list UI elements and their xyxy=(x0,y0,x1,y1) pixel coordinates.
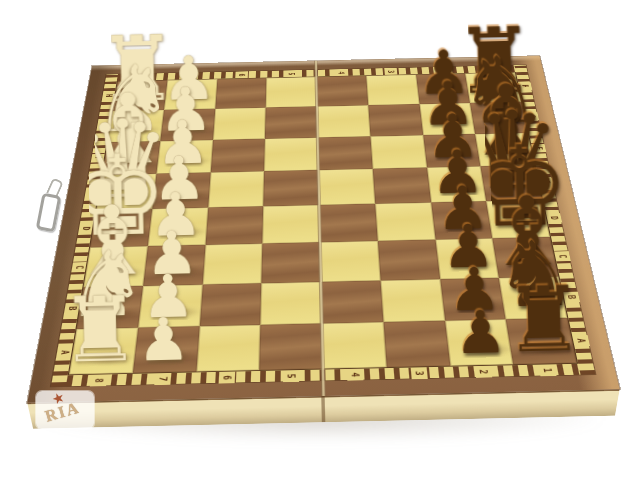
coord-label-near-6: 6 xyxy=(219,371,236,383)
coord-label-near-1: 1 xyxy=(538,364,556,376)
coord-label-near-2: 2 xyxy=(474,365,492,377)
square-b5[interactable] xyxy=(265,106,318,138)
coord-label-far-1: 1 xyxy=(483,65,497,72)
coord-label-far-7: 7 xyxy=(185,72,198,79)
coord-label-far-4: 4 xyxy=(335,69,348,76)
watermark-text: RIA xyxy=(43,398,82,425)
perspective-wrapper: 8877665544332211HHGGFFEEDDCCBBAA ♜♞♝♛♚♝♞… xyxy=(0,0,640,480)
square-a2[interactable] xyxy=(416,74,471,104)
square-a8[interactable] xyxy=(113,80,168,111)
white-pawn[interactable]: ♟ xyxy=(131,305,196,365)
coord-label-near-7: 7 xyxy=(154,373,171,385)
coord-label-near-4: 4 xyxy=(347,368,364,380)
square-d5[interactable] xyxy=(263,170,319,206)
coord-label-near-5: 5 xyxy=(283,370,299,382)
coord-label-far-3: 3 xyxy=(384,68,397,75)
coord-label-far-5: 5 xyxy=(285,70,297,77)
square-d6[interactable] xyxy=(208,171,265,207)
coord-label-left-h: H xyxy=(102,92,116,100)
coord-label-right-h: H xyxy=(518,82,532,90)
black-rook[interactable]: ♜ xyxy=(511,266,576,357)
coord-label-far-8: 8 xyxy=(135,73,148,80)
square-c4[interactable] xyxy=(318,136,373,170)
square-b6[interactable] xyxy=(213,107,266,139)
watermark: ★ RIA xyxy=(36,391,94,429)
coord-label-near-8: 8 xyxy=(90,374,108,386)
product-photo-scene: 8877665544332211HHGGFFEEDDCCBBAA ♜♞♝♛♚♝♞… xyxy=(0,0,640,480)
square-c6[interactable] xyxy=(210,138,265,172)
square-a3[interactable] xyxy=(366,75,419,105)
coord-label-far-6: 6 xyxy=(235,71,248,78)
square-d4[interactable] xyxy=(318,169,375,205)
coord-label-near-3: 3 xyxy=(411,367,428,379)
coord-label-far-2: 2 xyxy=(434,67,447,74)
white-rook[interactable]: ♜ xyxy=(67,276,132,367)
square-a5[interactable] xyxy=(266,77,317,107)
square-d3[interactable] xyxy=(373,168,431,204)
square-c5[interactable] xyxy=(264,137,318,171)
board-rotation-wrapper: 8877665544332211HHGGFFEEDDCCBBAA ♜♞♝♛♚♝♞… xyxy=(0,0,640,480)
square-c3[interactable] xyxy=(370,135,426,169)
square-b2[interactable] xyxy=(419,103,475,135)
square-b3[interactable] xyxy=(368,104,423,136)
square-a7[interactable] xyxy=(164,79,217,110)
square-b4[interactable] xyxy=(317,105,370,137)
square-b7[interactable] xyxy=(160,109,215,141)
square-a1[interactable] xyxy=(465,72,521,102)
chess-board: 8877665544332211HHGGFFEEDDCCBBAA ♜♞♝♛♚♝♞… xyxy=(27,56,620,403)
square-a6[interactable] xyxy=(215,78,267,109)
square-a4[interactable] xyxy=(316,76,368,106)
